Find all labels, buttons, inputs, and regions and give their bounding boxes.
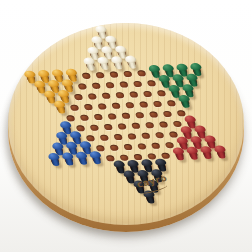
hole-icon [147,80,157,86]
hole-icon [135,112,145,118]
hole-icon [143,91,153,97]
hole-icon [100,135,110,141]
hole-icon [131,123,141,129]
peg-blue[interactable] [91,152,101,164]
hole-icon [149,111,159,117]
peg-white[interactable] [99,58,109,70]
peg-red[interactable] [188,148,198,160]
hole-icon [109,71,119,77]
hole-icon [129,91,139,97]
peg-white[interactable] [85,58,95,70]
hole-icon [115,92,125,98]
hole-icon [111,103,121,109]
peg-blue[interactable] [77,153,87,165]
photo-scene: cayro [0,0,252,252]
hole-icon [123,144,133,150]
hole-icon [97,103,107,109]
hole-icon [91,83,101,89]
peg-blue[interactable] [50,154,60,166]
hole-icon [84,104,94,110]
hole-icon [81,73,91,79]
hole-icon [163,111,173,117]
peg-red[interactable] [216,146,226,158]
hole-icon [109,145,119,151]
hole-icon [107,113,117,119]
hole-icon [145,122,155,128]
hole-icon [80,115,90,121]
hole-icon [78,83,88,89]
hole-icon [121,113,131,119]
hole-icon [105,82,115,88]
hole-icon [117,123,127,129]
peg-yellow[interactable] [55,101,65,113]
board-hole[interactable] [177,97,194,108]
peg-grid [11,24,242,207]
hole-icon [153,101,163,107]
chinese-checkers-board: cayro [8,23,244,225]
hole-icon [127,133,137,139]
hole-icon [159,121,169,127]
hole-icon [137,70,147,76]
peg-blue[interactable] [63,153,73,165]
hole-icon [101,93,111,99]
hole-icon [93,114,103,120]
hole-icon [151,143,161,149]
hole-icon [139,101,149,107]
hole-icon [157,90,167,96]
hole-icon [113,134,123,140]
hole-icon [66,115,76,121]
hole-icon [70,105,80,111]
hole-icon [155,132,165,138]
hole-icon [123,71,133,77]
hole-icon [95,72,105,78]
hole-icon [133,81,143,87]
hole-icon [137,143,147,149]
peg-green[interactable] [180,96,190,108]
board-hole[interactable] [123,58,140,69]
hole-icon [86,135,96,141]
hole-icon [125,102,135,108]
peg-red[interactable] [174,148,184,160]
peg-white[interactable] [126,56,136,68]
hole-icon [141,133,151,139]
hole-icon [119,81,129,87]
peg-red[interactable] [202,147,212,159]
peg-white[interactable] [112,57,122,69]
board-hole[interactable] [213,148,230,159]
hole-icon [103,124,113,130]
hole-icon [87,93,97,99]
hole-icon [90,125,100,131]
hole-icon [167,100,177,106]
hole-icon [74,94,84,100]
